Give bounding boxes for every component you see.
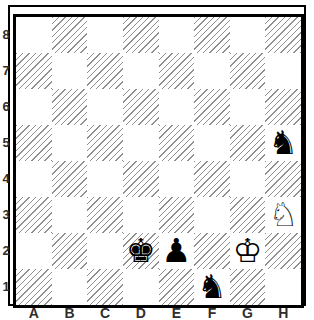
square-f7 [194,53,230,89]
square-c3 [87,197,123,233]
file-label-F: F [202,306,222,320]
square-a3 [16,197,52,233]
square-g5 [230,125,266,161]
square-c6 [87,89,123,125]
square-e2: ♟ [159,233,195,269]
square-h7 [265,53,301,89]
square-d5 [123,125,159,161]
square-g7 [230,53,266,89]
square-b8 [52,17,88,53]
chess-board: ♞♘♚♟♔♞ [13,14,304,308]
square-c7 [87,53,123,89]
square-h6 [265,89,301,125]
square-h3: ♘ [265,197,301,233]
square-e8 [159,17,195,53]
square-c1 [87,269,123,305]
square-d6 [123,89,159,125]
rank-label-3: 3 [0,207,12,223]
square-a2 [16,233,52,269]
square-a6 [16,89,52,125]
square-a5 [16,125,52,161]
white-king-g2: ♔ [233,234,263,267]
square-d3 [123,197,159,233]
file-label-A: A [24,306,44,320]
rank-label-7: 7 [0,63,12,79]
square-a1 [16,269,52,305]
square-e5 [159,125,195,161]
file-label-D: D [131,306,151,320]
square-f3 [194,197,230,233]
square-g8 [230,17,266,53]
square-f8 [194,17,230,53]
file-label-G: G [238,306,258,320]
square-e3 [159,197,195,233]
square-b2 [52,233,88,269]
white-knight-h3: ♘ [268,198,298,231]
square-h1 [265,269,301,305]
black-king-d2: ♚ [126,234,156,267]
square-f2 [194,233,230,269]
square-h4 [265,161,301,197]
file-label-E: E [166,306,186,320]
square-d7 [123,53,159,89]
square-d4 [123,161,159,197]
black-knight-f1: ♞ [197,270,227,303]
square-c4 [87,161,123,197]
rank-label-6: 6 [0,99,12,115]
square-e7 [159,53,195,89]
square-c2 [87,233,123,269]
square-b7 [52,53,88,89]
square-e6 [159,89,195,125]
rank-label-2: 2 [0,243,12,259]
square-b3 [52,197,88,233]
square-h2 [265,233,301,269]
square-b6 [52,89,88,125]
square-a4 [16,161,52,197]
square-g4 [230,161,266,197]
square-c5 [87,125,123,161]
black-knight-h5: ♞ [268,126,298,159]
square-d1 [123,269,159,305]
square-g6 [230,89,266,125]
square-d2: ♚ [123,233,159,269]
chess-diagram: ♞♘♚♟♔♞ 87654321 ABCDEFGH [0,0,314,320]
file-label-C: C [95,306,115,320]
square-a7 [16,53,52,89]
rank-label-8: 8 [0,27,12,43]
square-g3 [230,197,266,233]
rank-label-1: 1 [0,279,12,295]
square-b4 [52,161,88,197]
file-label-B: B [59,306,79,320]
square-f1: ♞ [194,269,230,305]
square-h5: ♞ [265,125,301,161]
square-f4 [194,161,230,197]
file-label-H: H [273,306,293,320]
square-b5 [52,125,88,161]
square-e1 [159,269,195,305]
square-g1 [230,269,266,305]
square-a8 [16,17,52,53]
square-f6 [194,89,230,125]
square-h8 [265,17,301,53]
rank-label-5: 5 [0,135,12,151]
black-pawn-e2: ♟ [162,234,192,267]
rank-label-4: 4 [0,171,12,187]
square-b1 [52,269,88,305]
square-c8 [87,17,123,53]
square-e4 [159,161,195,197]
square-g2: ♔ [230,233,266,269]
square-d8 [123,17,159,53]
square-f5 [194,125,230,161]
